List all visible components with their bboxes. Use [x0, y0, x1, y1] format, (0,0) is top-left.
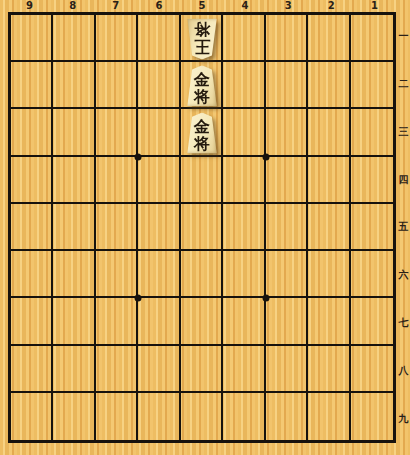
square-4c[interactable]: [223, 109, 265, 156]
piece-gote-king[interactable]: 王将: [186, 18, 218, 59]
square-1h[interactable]: [351, 346, 393, 393]
square-3e[interactable]: [266, 204, 308, 251]
square-2f[interactable]: [308, 251, 350, 298]
square-8c[interactable]: [53, 109, 95, 156]
square-6b[interactable]: [138, 62, 180, 109]
piece-sente-gold[interactable]: 金将: [186, 65, 218, 106]
square-6a[interactable]: [138, 15, 180, 62]
piece-face: 金将: [186, 65, 218, 106]
rank-labels: 一二三四五六七八九: [397, 12, 410, 443]
piece-kanji: 将: [194, 135, 210, 152]
rank-label-8: 八: [397, 347, 410, 395]
square-9d[interactable]: [11, 157, 53, 204]
file-labels: 987654321: [8, 0, 396, 12]
rank-label-7: 七: [397, 299, 410, 347]
square-9g[interactable]: [11, 298, 53, 345]
rank-label-6: 六: [397, 251, 410, 299]
rank-label-1: 一: [397, 12, 410, 60]
square-7d[interactable]: [96, 157, 138, 204]
square-4b[interactable]: [223, 62, 265, 109]
square-1d[interactable]: [351, 157, 393, 204]
rank-label-4: 四: [397, 156, 410, 204]
square-4d[interactable]: [223, 157, 265, 204]
square-1a[interactable]: [351, 15, 393, 62]
square-9f[interactable]: [11, 251, 53, 298]
square-1f[interactable]: [351, 251, 393, 298]
square-8g[interactable]: [53, 298, 95, 345]
square-3c[interactable]: [266, 109, 308, 156]
square-6f[interactable]: [138, 251, 180, 298]
square-4f[interactable]: [223, 251, 265, 298]
square-1b[interactable]: [351, 62, 393, 109]
square-7b[interactable]: [96, 62, 138, 109]
shogi-diagram: 987654321 一二三四五六七八九 王将金将金将: [0, 0, 410, 455]
square-7f[interactable]: [96, 251, 138, 298]
piece-kanji: 金: [194, 70, 210, 87]
square-6d[interactable]: [138, 157, 180, 204]
piece-kanji: 将: [194, 87, 210, 104]
square-2b[interactable]: [308, 62, 350, 109]
square-5d[interactable]: [181, 157, 223, 204]
square-7a[interactable]: [96, 15, 138, 62]
square-8b[interactable]: [53, 62, 95, 109]
square-8e[interactable]: [53, 204, 95, 251]
square-8f[interactable]: [53, 251, 95, 298]
square-5f[interactable]: [181, 251, 223, 298]
square-3d[interactable]: [266, 157, 308, 204]
piece-kanji: 王: [194, 37, 210, 54]
square-6c[interactable]: [138, 109, 180, 156]
rank-label-2: 二: [397, 60, 410, 108]
rank-label-3: 三: [397, 108, 410, 156]
square-8i[interactable]: [53, 393, 95, 440]
square-8d[interactable]: [53, 157, 95, 204]
star-point: [135, 295, 142, 302]
square-3a[interactable]: [266, 15, 308, 62]
square-9b[interactable]: [11, 62, 53, 109]
square-4h[interactable]: [223, 346, 265, 393]
square-4e[interactable]: [223, 204, 265, 251]
file-label-7: 7: [94, 0, 137, 12]
square-6h[interactable]: [138, 346, 180, 393]
square-1e[interactable]: [351, 204, 393, 251]
square-5e[interactable]: [181, 204, 223, 251]
rank-label-9: 九: [397, 395, 410, 443]
square-2h[interactable]: [308, 346, 350, 393]
square-5g[interactable]: [181, 298, 223, 345]
square-9a[interactable]: [11, 15, 53, 62]
square-7i[interactable]: [96, 393, 138, 440]
file-label-1: 1: [353, 0, 396, 12]
file-label-6: 6: [137, 0, 180, 12]
rank-label-5: 五: [397, 204, 410, 252]
file-label-3: 3: [267, 0, 310, 12]
file-label-8: 8: [51, 0, 94, 12]
file-label-4: 4: [224, 0, 267, 12]
square-2d[interactable]: [308, 157, 350, 204]
square-1i[interactable]: [351, 393, 393, 440]
square-9i[interactable]: [11, 393, 53, 440]
square-2a[interactable]: [308, 15, 350, 62]
square-9h[interactable]: [11, 346, 53, 393]
square-8a[interactable]: [53, 15, 95, 62]
square-7h[interactable]: [96, 346, 138, 393]
square-1c[interactable]: [351, 109, 393, 156]
file-label-5: 5: [180, 0, 223, 12]
square-1g[interactable]: [351, 298, 393, 345]
square-4g[interactable]: [223, 298, 265, 345]
square-2e[interactable]: [308, 204, 350, 251]
star-point: [262, 153, 269, 160]
square-3b[interactable]: [266, 62, 308, 109]
square-5i[interactable]: [181, 393, 223, 440]
star-point: [262, 295, 269, 302]
square-6e[interactable]: [138, 204, 180, 251]
piece-face: 金将: [186, 113, 218, 154]
square-8h[interactable]: [53, 346, 95, 393]
square-4a[interactable]: [223, 15, 265, 62]
star-point: [135, 153, 142, 160]
square-2g[interactable]: [308, 298, 350, 345]
file-label-9: 9: [8, 0, 51, 12]
square-3f[interactable]: [266, 251, 308, 298]
square-7e[interactable]: [96, 204, 138, 251]
square-5h[interactable]: [181, 346, 223, 393]
square-3g[interactable]: [266, 298, 308, 345]
square-3i[interactable]: [266, 393, 308, 440]
piece-face: 王将: [186, 18, 218, 59]
file-label-2: 2: [310, 0, 353, 12]
square-9c[interactable]: [11, 109, 53, 156]
square-2c[interactable]: [308, 109, 350, 156]
square-3h[interactable]: [266, 346, 308, 393]
square-9e[interactable]: [11, 204, 53, 251]
square-4i[interactable]: [223, 393, 265, 440]
piece-kanji: 金: [194, 118, 210, 135]
piece-sente-gold[interactable]: 金将: [186, 113, 218, 154]
square-7c[interactable]: [96, 109, 138, 156]
square-7g[interactable]: [96, 298, 138, 345]
piece-kanji: 将: [194, 20, 210, 37]
square-6i[interactable]: [138, 393, 180, 440]
square-6g[interactable]: [138, 298, 180, 345]
square-2i[interactable]: [308, 393, 350, 440]
